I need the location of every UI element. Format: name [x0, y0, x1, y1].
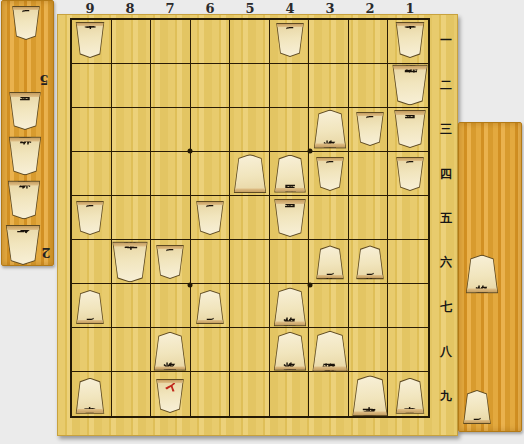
piece-face: 歩兵 — [13, 7, 40, 39]
rank-label: 三 — [440, 121, 452, 138]
square-98[interactable] — [72, 328, 112, 372]
square-83[interactable] — [112, 108, 152, 152]
square-92[interactable] — [72, 64, 112, 108]
square-77[interactable] — [151, 284, 191, 328]
file-label: 3 — [325, 1, 334, 16]
piece-face: 歩兵 — [317, 158, 344, 190]
piece-face: 銀将 — [466, 256, 498, 293]
piece-face: 歩兵 — [157, 246, 184, 278]
piece-face: 飛車 — [353, 376, 388, 415]
square-58[interactable] — [230, 328, 270, 372]
square-18[interactable] — [388, 328, 428, 372]
square-81[interactable] — [112, 20, 152, 64]
square-17[interactable] — [388, 284, 428, 328]
file-label: 5 — [245, 1, 254, 16]
piece-face: 歩兵 — [357, 113, 384, 145]
piece-face: 歩兵 — [77, 291, 104, 323]
piece-face: 銀将 — [9, 138, 41, 175]
piece-face: 角行 — [6, 226, 40, 264]
square-74[interactable] — [151, 152, 191, 196]
piece-face: 金将 — [154, 333, 186, 370]
square-69[interactable] — [191, 372, 231, 416]
file-label: 7 — [165, 1, 174, 16]
square-72[interactable] — [151, 64, 191, 108]
piece-face: 桂馬 — [275, 200, 306, 236]
piece-face: 歩兵 — [77, 202, 104, 234]
piece-face: 香車 — [396, 379, 424, 413]
square-71[interactable] — [151, 20, 191, 64]
piece-face: 香車 — [76, 379, 104, 413]
piece-face: 香車 — [396, 23, 424, 57]
square-75[interactable] — [151, 196, 191, 240]
square-52[interactable] — [230, 64, 270, 108]
square-59[interactable] — [230, 372, 270, 416]
piece-face: 王将 — [393, 65, 428, 104]
square-15[interactable] — [388, 196, 428, 240]
square-61[interactable] — [191, 20, 231, 64]
piece-face: 歩兵 — [464, 391, 491, 423]
piece-face: 歩兵 — [317, 246, 344, 278]
square-24[interactable] — [349, 152, 389, 196]
square-51[interactable] — [230, 20, 270, 64]
rank-label: 一 — [440, 32, 452, 49]
piece-face: 歩兵 — [277, 24, 304, 56]
square-49[interactable] — [270, 372, 310, 416]
square-55[interactable] — [230, 196, 270, 240]
piece-face: 桂馬 — [275, 156, 306, 192]
square-96[interactable] — [72, 240, 112, 284]
square-85[interactable] — [112, 196, 152, 240]
piece-face: 金 — [234, 155, 266, 192]
square-22[interactable] — [349, 64, 389, 108]
file-label: 8 — [125, 1, 134, 16]
piece-face: 飛車 — [113, 243, 148, 282]
piece-face: 金将 — [314, 111, 346, 148]
rank-label: 六 — [440, 254, 452, 271]
piece-face: 歩兵 — [197, 291, 224, 323]
square-21[interactable] — [349, 20, 389, 64]
square-37[interactable] — [309, 284, 349, 328]
file-label: 6 — [205, 1, 214, 16]
piece-kanji: と — [162, 386, 178, 403]
piece-face: 桂馬 — [10, 93, 41, 129]
piece-face: 香車 — [76, 23, 104, 57]
rank-label: 七 — [440, 298, 452, 315]
square-63[interactable] — [191, 108, 231, 152]
rank-label: 五 — [440, 210, 452, 227]
shogi-app: 987654321一二三四五六七八九香車歩兵香車王将金将歩兵桂馬金桂馬歩兵歩兵歩… — [0, 0, 524, 444]
square-66[interactable] — [191, 240, 231, 284]
square-56[interactable] — [230, 240, 270, 284]
square-89[interactable] — [112, 372, 152, 416]
rank-label: 九 — [440, 387, 452, 404]
square-53[interactable] — [230, 108, 270, 152]
piece-face: 歩兵 — [397, 158, 424, 190]
rank-label: 二 — [440, 76, 452, 93]
square-31[interactable] — [309, 20, 349, 64]
file-label: 9 — [85, 1, 94, 16]
square-32[interactable] — [309, 64, 349, 108]
square-25[interactable] — [349, 196, 389, 240]
square-68[interactable] — [191, 328, 231, 372]
hoshi-dot — [308, 282, 313, 287]
square-57[interactable] — [230, 284, 270, 328]
piece-face: 銀将 — [274, 288, 306, 325]
rank-label: 四 — [440, 165, 452, 182]
square-42[interactable] — [270, 64, 310, 108]
hand-count: 2 — [41, 245, 50, 260]
square-88[interactable] — [112, 328, 152, 372]
square-43[interactable] — [270, 108, 310, 152]
piece-face: 歩兵 — [357, 246, 384, 278]
piece-face: 玉将 — [313, 332, 348, 371]
square-87[interactable] — [112, 284, 152, 328]
hoshi-dot — [308, 149, 313, 154]
file-label: 2 — [365, 1, 374, 16]
square-64[interactable] — [191, 152, 231, 196]
hoshi-dot — [188, 282, 193, 287]
piece-face: と — [157, 380, 184, 412]
square-46[interactable] — [270, 240, 310, 284]
square-82[interactable] — [112, 64, 152, 108]
board-grid — [70, 18, 430, 418]
square-16[interactable] — [388, 240, 428, 284]
rank-label: 八 — [440, 343, 452, 360]
square-93[interactable] — [72, 108, 112, 152]
piece-face: 金将 — [8, 182, 40, 219]
square-94[interactable] — [72, 152, 112, 196]
square-27[interactable] — [349, 284, 389, 328]
square-84[interactable] — [112, 152, 152, 196]
piece-face: 歩兵 — [197, 202, 224, 234]
square-28[interactable] — [349, 328, 389, 372]
file-label: 1 — [405, 1, 414, 16]
hoshi-dot — [188, 149, 193, 154]
file-label: 4 — [285, 1, 294, 16]
square-73[interactable] — [151, 108, 191, 152]
piece-face: 金将 — [274, 333, 306, 370]
square-35[interactable] — [309, 196, 349, 240]
square-39[interactable] — [309, 372, 349, 416]
piece-face: 桂馬 — [395, 111, 426, 147]
hand-count: 5 — [39, 72, 48, 87]
square-62[interactable] — [191, 64, 231, 108]
